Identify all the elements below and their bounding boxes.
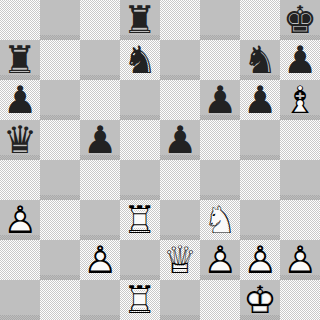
piece-white-pawn[interactable]: ♟♙: [80, 240, 120, 280]
square-a4[interactable]: [0, 160, 40, 200]
square-b5[interactable]: [40, 120, 80, 160]
square-e7[interactable]: [160, 40, 200, 80]
piece-glyph-outline: ♘: [200, 200, 240, 240]
square-h3[interactable]: [280, 200, 320, 240]
piece-glyph: ♞: [120, 40, 160, 80]
square-g4[interactable]: [240, 160, 280, 200]
piece-black-pawn[interactable]: ♟: [280, 40, 320, 80]
piece-white-knight[interactable]: ♞♘: [200, 200, 240, 240]
piece-glyph: ♟: [0, 80, 40, 120]
square-a6[interactable]: ♟: [0, 80, 40, 120]
piece-black-knight[interactable]: ♞: [120, 40, 160, 80]
square-e3[interactable]: [160, 200, 200, 240]
square-e6[interactable]: [160, 80, 200, 120]
square-g8[interactable]: [240, 0, 280, 40]
piece-glyph: ♟: [240, 80, 280, 120]
square-h7[interactable]: ♟: [280, 40, 320, 80]
square-c2[interactable]: ♟♙: [80, 240, 120, 280]
square-c4[interactable]: [80, 160, 120, 200]
piece-glyph: ♞: [240, 40, 280, 80]
piece-glyph: ♟: [80, 120, 120, 160]
square-a2[interactable]: [0, 240, 40, 280]
square-c7[interactable]: [80, 40, 120, 80]
square-b1[interactable]: [40, 280, 80, 320]
piece-glyph-outline: ♕: [160, 240, 200, 280]
piece-white-rook[interactable]: ♜♖: [120, 280, 160, 320]
piece-glyph-outline: ♗: [280, 80, 320, 120]
square-h1[interactable]: [280, 280, 320, 320]
square-d4[interactable]: [120, 160, 160, 200]
square-f5[interactable]: [200, 120, 240, 160]
piece-white-queen[interactable]: ♛♕: [160, 240, 200, 280]
piece-black-knight[interactable]: ♞: [240, 40, 280, 80]
square-b8[interactable]: [40, 0, 80, 40]
piece-glyph: ♜: [120, 0, 160, 40]
square-h6[interactable]: ♝♗: [280, 80, 320, 120]
square-e5[interactable]: ♟: [160, 120, 200, 160]
piece-glyph-outline: ♙: [280, 240, 320, 280]
square-g3[interactable]: [240, 200, 280, 240]
piece-black-king[interactable]: ♚: [280, 0, 320, 40]
piece-black-rook[interactable]: ♜: [0, 40, 40, 80]
square-d8[interactable]: ♜: [120, 0, 160, 40]
piece-white-pawn[interactable]: ♟♙: [200, 240, 240, 280]
square-f8[interactable]: [200, 0, 240, 40]
piece-black-pawn[interactable]: ♟: [80, 120, 120, 160]
square-b3[interactable]: [40, 200, 80, 240]
square-f7[interactable]: [200, 40, 240, 80]
square-g7[interactable]: ♞: [240, 40, 280, 80]
piece-black-pawn[interactable]: ♟: [240, 80, 280, 120]
square-a1[interactable]: [0, 280, 40, 320]
square-c5[interactable]: ♟: [80, 120, 120, 160]
piece-glyph-outline: ♖: [120, 200, 160, 240]
piece-glyph: ♟: [280, 40, 320, 80]
square-a8[interactable]: [0, 0, 40, 40]
square-g2[interactable]: ♟♙: [240, 240, 280, 280]
piece-white-king[interactable]: ♚♔: [240, 280, 280, 320]
piece-black-queen[interactable]: ♛: [0, 120, 40, 160]
square-f3[interactable]: ♞♘: [200, 200, 240, 240]
square-e1[interactable]: [160, 280, 200, 320]
square-b2[interactable]: [40, 240, 80, 280]
square-g5[interactable]: [240, 120, 280, 160]
piece-glyph-outline: ♙: [200, 240, 240, 280]
piece-white-rook[interactable]: ♜♖: [120, 200, 160, 240]
piece-black-rook[interactable]: ♜: [120, 0, 160, 40]
square-g1[interactable]: ♚♔: [240, 280, 280, 320]
chess-board: ♜♚♜♞♞♟♟♟♟♝♗♛♟♟♟♙♜♖♞♘♟♙♛♕♟♙♟♙♟♙♜♖♚♔: [0, 0, 320, 320]
piece-glyph-outline: ♖: [120, 280, 160, 320]
piece-black-pawn[interactable]: ♟: [160, 120, 200, 160]
square-c8[interactable]: [80, 0, 120, 40]
square-c1[interactable]: [80, 280, 120, 320]
piece-glyph: ♟: [160, 120, 200, 160]
square-g6[interactable]: ♟: [240, 80, 280, 120]
square-e2[interactable]: ♛♕: [160, 240, 200, 280]
square-h5[interactable]: [280, 120, 320, 160]
square-f1[interactable]: [200, 280, 240, 320]
piece-glyph: ♜: [0, 40, 40, 80]
piece-black-pawn[interactable]: ♟: [0, 80, 40, 120]
square-h8[interactable]: ♚: [280, 0, 320, 40]
square-d3[interactable]: ♜♖: [120, 200, 160, 240]
square-f6[interactable]: ♟: [200, 80, 240, 120]
square-f2[interactable]: ♟♙: [200, 240, 240, 280]
piece-glyph-outline: ♔: [240, 280, 280, 320]
square-h2[interactable]: ♟♙: [280, 240, 320, 280]
piece-black-pawn[interactable]: ♟: [200, 80, 240, 120]
piece-glyph: ♛: [0, 120, 40, 160]
square-d2[interactable]: [120, 240, 160, 280]
piece-glyph: ♟: [200, 80, 240, 120]
piece-glyph-outline: ♙: [0, 200, 40, 240]
square-h4[interactable]: [280, 160, 320, 200]
piece-glyph: ♚: [280, 0, 320, 40]
square-d6[interactable]: [120, 80, 160, 120]
square-a5[interactable]: ♛: [0, 120, 40, 160]
square-c3[interactable]: [80, 200, 120, 240]
square-e4[interactable]: [160, 160, 200, 200]
square-f4[interactable]: [200, 160, 240, 200]
square-d5[interactable]: [120, 120, 160, 160]
square-a3[interactable]: ♟♙: [0, 200, 40, 240]
piece-white-bishop[interactable]: ♝♗: [280, 80, 320, 120]
piece-white-pawn[interactable]: ♟♙: [240, 240, 280, 280]
piece-glyph-outline: ♙: [240, 240, 280, 280]
square-b4[interactable]: [40, 160, 80, 200]
piece-white-pawn[interactable]: ♟♙: [0, 200, 40, 240]
piece-glyph-outline: ♙: [80, 240, 120, 280]
square-b6[interactable]: [40, 80, 80, 120]
square-b7[interactable]: [40, 40, 80, 80]
square-c6[interactable]: [80, 80, 120, 120]
square-d7[interactable]: ♞: [120, 40, 160, 80]
piece-white-pawn[interactable]: ♟♙: [280, 240, 320, 280]
square-e8[interactable]: [160, 0, 200, 40]
square-d1[interactable]: ♜♖: [120, 280, 160, 320]
square-a7[interactable]: ♜: [0, 40, 40, 80]
